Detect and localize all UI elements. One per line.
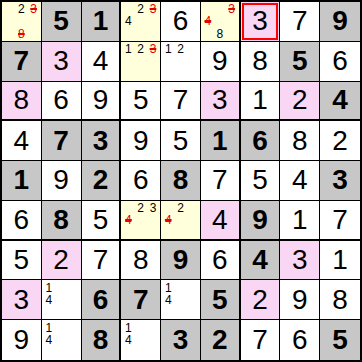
cell-r2c3[interactable]: 4 (82, 42, 122, 82)
cell-r3c5[interactable]: 7 (161, 82, 201, 122)
cell-r3c8[interactable]: 2 (280, 82, 320, 122)
given-digit: 8 (93, 326, 109, 354)
cell-r8c3[interactable]: 6 (82, 280, 122, 320)
cell-r1c9[interactable]: 9 (320, 2, 360, 42)
cell-r6c5[interactable]: 24 (161, 201, 201, 241)
eliminated-candidate-mark: 3 (226, 3, 238, 15)
cell-r4c6[interactable]: 1 (201, 121, 241, 161)
candidate-mark: 4 (43, 294, 55, 306)
solved-digit: 6 (292, 326, 308, 354)
cell-r8c9[interactable]: 8 (320, 280, 360, 320)
cell-r2c7[interactable]: 8 (241, 42, 281, 82)
given-digit: 7 (14, 47, 30, 75)
cell-r7c6[interactable]: 6 (201, 241, 241, 281)
candidate-mark: 4 (43, 334, 55, 347)
given-digit: 4 (332, 86, 348, 114)
pencil-marks: 14 (122, 321, 159, 359)
cell-r7c5[interactable]: 9 (161, 241, 201, 281)
solved-digit: 8 (252, 47, 268, 75)
cell-r5c9[interactable]: 3 (320, 161, 360, 201)
cell-r8c2[interactable]: 14 (42, 280, 82, 320)
given-digit: 8 (173, 166, 189, 194)
cell-r1c4[interactable]: 234 (121, 2, 161, 42)
given-digit: 7 (53, 127, 69, 155)
cell-r1c2[interactable]: 5 (42, 2, 82, 42)
cell-r1c7[interactable]: 3 (241, 2, 281, 42)
cell-r6c2[interactable]: 8 (42, 201, 82, 241)
solved-digit: 4 (14, 127, 30, 155)
cell-r1c8[interactable]: 7 (280, 2, 320, 42)
given-digit: 9 (173, 246, 189, 274)
solved-digit: 5 (14, 246, 30, 274)
given-digit: 5 (292, 47, 308, 75)
cell-r3c1[interactable]: 8 (2, 82, 42, 122)
cell-r1c6[interactable]: 348 (201, 2, 241, 42)
solved-digit: 9 (14, 326, 30, 354)
solved-digit: 8 (292, 127, 308, 155)
eliminated-candidate-mark: 4 (202, 15, 214, 27)
cell-r7c9[interactable]: 1 (320, 241, 360, 281)
solved-digit: 6 (173, 7, 189, 35)
solved-digit: 5 (252, 166, 268, 194)
cell-r6c1[interactable]: 6 (2, 201, 42, 241)
cell-r4c2[interactable]: 7 (42, 121, 82, 161)
solved-digit: 3 (212, 86, 228, 114)
candidate-mark: 1 (122, 321, 134, 334)
cell-r5c3[interactable]: 2 (82, 161, 122, 201)
solved-digit: 2 (252, 286, 268, 314)
cell-r7c4[interactable]: 8 (121, 241, 161, 281)
cell-r6c4[interactable]: 234 (121, 201, 161, 241)
given-digit: 1 (14, 166, 30, 194)
cell-r9c1[interactable]: 9 (2, 320, 42, 360)
solved-digit: 6 (332, 47, 348, 75)
solved-digit: 8 (133, 246, 149, 274)
cell-r9c4[interactable]: 14 (121, 320, 161, 360)
sudoku-board: 2385123463483797341231298568695731244739… (0, 0, 362, 362)
cell-r2c1[interactable]: 7 (2, 42, 42, 82)
candidate-mark: 1 (162, 43, 174, 55)
pencil-marks: 24 (162, 202, 199, 238)
solved-digit: 7 (252, 326, 268, 354)
solved-digit: 4 (93, 47, 109, 75)
solved-digit: 9 (53, 166, 69, 194)
given-digit: 6 (93, 286, 109, 314)
cell-r9c9[interactable]: 5 (320, 320, 360, 360)
candidate-mark: 2 (135, 3, 147, 15)
cell-r5c8[interactable]: 4 (280, 161, 320, 201)
given-digit: 1 (93, 7, 109, 35)
cell-r5c2[interactable]: 9 (42, 161, 82, 201)
cell-r9c2[interactable]: 14 (42, 320, 82, 360)
cell-r3c4[interactable]: 5 (121, 82, 161, 122)
pencil-marks: 14 (43, 281, 80, 318)
cell-r1c1[interactable]: 238 (2, 2, 42, 42)
given-digit: 5 (53, 7, 69, 35)
cell-r5c4[interactable]: 6 (121, 161, 161, 201)
pencil-marks: 12 (162, 43, 199, 80)
given-digit: 3 (173, 326, 189, 354)
solved-digit: 5 (93, 206, 109, 234)
solved-digit: 7 (173, 86, 189, 114)
cell-r4c5[interactable]: 5 (161, 121, 201, 161)
solved-digit: 7 (212, 166, 228, 194)
eliminated-candidate-mark: 3 (28, 3, 40, 15)
given-digit: 3 (332, 166, 348, 194)
eliminated-candidate-mark: 8 (15, 28, 27, 40)
cell-r7c7[interactable]: 4 (241, 241, 281, 281)
solved-digit: 2 (292, 86, 308, 114)
eliminated-candidate-mark: 3 (147, 43, 159, 55)
given-digit: 7 (133, 286, 149, 314)
cell-r6c8[interactable]: 1 (280, 201, 320, 241)
candidate-mark: 1 (43, 321, 55, 334)
cell-r3c2[interactable]: 6 (42, 82, 82, 122)
candidate-mark: 1 (43, 281, 55, 293)
cell-r5c7[interactable]: 5 (241, 161, 281, 201)
cell-r2c6[interactable]: 9 (201, 42, 241, 82)
cell-r9c5[interactable]: 3 (161, 320, 201, 360)
solved-digit: 6 (53, 86, 69, 114)
cell-r4c3[interactable]: 3 (82, 121, 122, 161)
cell-r5c1[interactable]: 1 (2, 161, 42, 201)
cell-r4c9[interactable]: 2 (320, 121, 360, 161)
candidate-mark: 4 (122, 15, 134, 27)
eliminated-candidate-mark: 3 (147, 3, 159, 15)
solved-digit: 8 (332, 286, 348, 314)
given-digit: 2 (212, 326, 228, 354)
given-digit: 1 (212, 127, 228, 155)
solved-digit: 2 (53, 246, 69, 274)
cell-r7c8[interactable]: 3 (280, 241, 320, 281)
cell-r7c1[interactable]: 5 (2, 241, 42, 281)
pencil-marks: 348 (202, 3, 238, 40)
cell-r8c8[interactable]: 9 (280, 280, 320, 320)
given-digit: 5 (212, 286, 228, 314)
candidate-mark: 1 (122, 43, 134, 55)
solved-digit: 9 (93, 86, 109, 114)
candidate-mark: 4 (162, 294, 174, 306)
solved-digit: 6 (212, 246, 228, 274)
eliminated-candidate-mark: 4 (122, 214, 134, 226)
cell-r7c3[interactable]: 7 (82, 241, 122, 281)
solved-digit: 5 (173, 127, 189, 155)
cell-r4c7[interactable]: 6 (241, 121, 281, 161)
solved-digit: 3 (14, 286, 30, 314)
cell-r6c7[interactable]: 9 (241, 201, 281, 241)
given-digit: 3 (93, 127, 109, 155)
pencil-marks: 234 (122, 3, 159, 40)
cell-r3c7[interactable]: 1 (241, 82, 281, 122)
solved-digit: 6 (14, 206, 30, 234)
given-digit: 4 (252, 246, 268, 274)
solved-digit: 7 (93, 246, 109, 274)
cell-r8c6[interactable]: 5 (201, 280, 241, 320)
cell-r6c6[interactable]: 4 (201, 201, 241, 241)
solved-digit: 4 (212, 206, 228, 234)
cell-r7c2[interactable]: 2 (42, 241, 82, 281)
candidate-mark: 2 (15, 3, 27, 15)
pencil-marks: 238 (3, 3, 40, 40)
cell-r9c7[interactable]: 7 (241, 320, 281, 360)
cell-r5c5[interactable]: 8 (161, 161, 201, 201)
cell-r8c4[interactable]: 7 (121, 280, 161, 320)
cell-r1c5[interactable]: 6 (161, 2, 201, 42)
solved-digit: 6 (133, 166, 149, 194)
cell-r9c8[interactable]: 6 (280, 320, 320, 360)
solved-digit: 9 (212, 47, 228, 75)
solved-digit: 1 (252, 86, 268, 114)
cell-r2c4[interactable]: 123 (121, 42, 161, 82)
candidate-mark: 4 (122, 334, 134, 347)
given-digit: 6 (252, 127, 268, 155)
pencil-marks: 123 (122, 43, 159, 80)
cell-r3c9[interactable]: 4 (320, 82, 360, 122)
solved-digit: 3 (292, 246, 308, 274)
candidate-mark: 2 (135, 202, 147, 214)
solved-digit: 9 (133, 127, 149, 155)
solved-digit: 8 (14, 86, 30, 114)
cell-r6c9[interactable]: 7 (320, 201, 360, 241)
cell-r2c5[interactable]: 12 (161, 42, 201, 82)
candidate-mark: 2 (135, 43, 147, 55)
given-digit: 5 (332, 326, 348, 354)
cell-r3c3[interactable]: 9 (82, 82, 122, 122)
solved-digit: 9 (292, 286, 308, 314)
given-digit: 9 (332, 7, 348, 35)
cell-r8c5[interactable]: 14 (161, 280, 201, 320)
cell-r9c6[interactable]: 2 (201, 320, 241, 360)
pencil-marks: 14 (162, 281, 199, 318)
solved-digit: 1 (332, 246, 348, 274)
solved-digit: 4 (292, 166, 308, 194)
candidate-mark: 2 (174, 202, 186, 214)
cell-r5c6[interactable]: 7 (201, 161, 241, 201)
candidate-mark: 2 (174, 43, 186, 55)
solved-digit: 3 (53, 47, 69, 75)
cell-r2c9[interactable]: 6 (320, 42, 360, 82)
candidate-mark: 8 (214, 28, 226, 40)
solved-digit: 5 (133, 86, 149, 114)
cell-r2c8[interactable]: 5 (280, 42, 320, 82)
given-digit: 9 (252, 206, 268, 234)
cell-r1c3[interactable]: 1 (82, 2, 122, 42)
cell-r6c3[interactable]: 5 (82, 201, 122, 241)
given-digit: 8 (53, 206, 69, 234)
pencil-marks: 14 (43, 321, 80, 359)
cell-r4c1[interactable]: 4 (2, 121, 42, 161)
cell-r3c6[interactable]: 3 (201, 82, 241, 122)
cell-r9c3[interactable]: 8 (82, 320, 122, 360)
solved-digit: 7 (292, 7, 308, 35)
solved-digit: 1 (292, 206, 308, 234)
cell-r4c4[interactable]: 9 (121, 121, 161, 161)
given-digit: 2 (93, 166, 109, 194)
cell-r8c1[interactable]: 3 (2, 280, 42, 320)
candidate-mark: 3 (147, 202, 159, 214)
solved-digit: 3 (252, 7, 268, 35)
solved-digit: 7 (332, 206, 348, 234)
cell-r2c2[interactable]: 3 (42, 42, 82, 82)
cell-r4c8[interactable]: 8 (280, 121, 320, 161)
eliminated-candidate-mark: 4 (162, 214, 174, 226)
pencil-marks: 234 (122, 202, 159, 238)
candidate-mark: 1 (162, 281, 174, 293)
cell-r8c7[interactable]: 2 (241, 280, 281, 320)
solved-digit: 2 (332, 127, 348, 155)
